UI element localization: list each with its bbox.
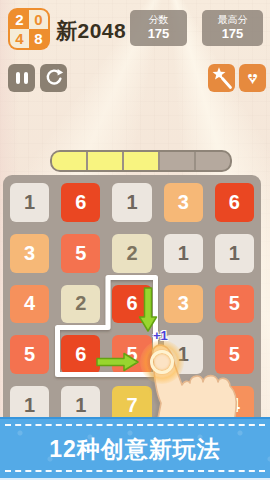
logo-tile-4: 4 (10, 29, 29, 48)
app-title: 新2048 (56, 17, 126, 45)
banner-dashed-border-bottom (5, 470, 265, 472)
best-score-value: 175 (222, 26, 244, 42)
pause-icon (16, 72, 20, 84)
tile-1-r1c3[interactable]: 1 (112, 183, 151, 222)
pause-button[interactable] (8, 64, 35, 92)
tile-3-r2c1[interactable]: 3 (10, 234, 49, 273)
tile-2-r2c3[interactable]: 2 (112, 234, 151, 273)
magic-wand-icon (208, 64, 235, 92)
progress-segment (160, 152, 196, 170)
promo-banner[interactable]: 12种创意新玩法 (0, 417, 270, 478)
best-score-box: 最高分 175 (202, 10, 263, 46)
tile-5-r4c3[interactable]: 5 (112, 335, 151, 374)
heart-plus-icon: + (249, 71, 255, 83)
tile-1-r2c5[interactable]: 1 (215, 234, 254, 273)
logo-tile-2: 2 (10, 10, 29, 29)
tile-5-r2c2[interactable]: 5 (61, 234, 100, 273)
logo-tile-0: 0 (29, 10, 48, 29)
banner-dashed-border-top (5, 424, 265, 426)
game-screen: 2048 新2048 分数 175 最高分 175 ♥ + 1613635211… (0, 0, 270, 480)
heart-button[interactable]: ♥ + (239, 64, 266, 92)
score-box: 分数 175 (130, 10, 187, 46)
progress-segment (196, 152, 230, 170)
progress-segment (88, 152, 124, 170)
tile-3-r3c4[interactable]: 3 (164, 285, 203, 324)
tile-1-r2c4[interactable]: 1 (164, 234, 203, 273)
restart-icon (44, 68, 64, 88)
wand-button[interactable] (208, 64, 235, 92)
progress-segment (124, 152, 160, 170)
best-score-label: 最高分 (218, 14, 248, 27)
tile-2-r3c2[interactable]: 2 (61, 285, 100, 324)
level-progress-bar (50, 150, 232, 172)
score-label: 分数 (149, 14, 169, 27)
banner-text: 12种创意新玩法 (0, 433, 270, 464)
tile-6-r1c2[interactable]: 6 (61, 183, 100, 222)
tile-5-r4c5[interactable]: 5 (215, 335, 254, 374)
restart-button[interactable] (40, 64, 67, 92)
tile-5-r4c1[interactable]: 5 (10, 335, 49, 374)
tile-6-r4c2[interactable]: 6 (61, 335, 100, 374)
app-logo: 2048 (8, 8, 50, 50)
progress-segment (52, 152, 88, 170)
tile-4-r3c1[interactable]: 4 (10, 285, 49, 324)
board-grid[interactable]: 161363521142635565151174 (3, 175, 261, 433)
logo-tile-8: 8 (29, 29, 48, 48)
tile-5-r3c5[interactable]: 5 (215, 285, 254, 324)
tile-6-r3c3[interactable]: 6 (112, 285, 151, 324)
tile-1-r1c1[interactable]: 1 (10, 183, 49, 222)
tile-3-r1c4[interactable]: 3 (164, 183, 203, 222)
tile-1-r4c4[interactable]: 1 (164, 335, 203, 374)
score-value: 175 (148, 26, 170, 42)
tile-6-r1c5[interactable]: 6 (215, 183, 254, 222)
